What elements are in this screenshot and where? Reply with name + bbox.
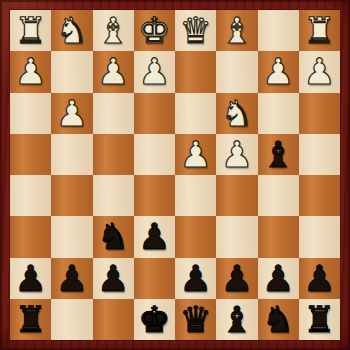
white-pawn: ♟ (14, 51, 46, 92)
white-pawn: ♟ (262, 51, 294, 92)
white-bishop: ♝ (97, 10, 129, 51)
square-g6[interactable] (51, 216, 92, 257)
square-g5[interactable] (51, 175, 92, 216)
board-frame: ♜♞♝♚♛♝♜♟♟♟♟♟♟♞♟♟♝♞♟♟♟♟♟♟♟♟♜♚♛♝♞♜ (0, 0, 350, 350)
square-a7[interactable]: ♟ (299, 258, 340, 299)
black-rook: ♜ (14, 299, 46, 340)
black-king: ♚ (138, 299, 170, 340)
square-e5[interactable] (134, 175, 175, 216)
square-b7[interactable]: ♟ (258, 258, 299, 299)
square-a1[interactable]: ♜ (299, 10, 340, 51)
square-b3[interactable] (258, 93, 299, 134)
square-g7[interactable]: ♟ (51, 258, 92, 299)
white-bishop: ♝ (221, 10, 253, 51)
square-c5[interactable] (216, 175, 257, 216)
white-knight: ♞ (221, 93, 253, 134)
black-bishop: ♝ (262, 134, 294, 175)
square-f1[interactable]: ♝ (93, 10, 134, 51)
square-g4[interactable] (51, 134, 92, 175)
square-e1[interactable]: ♚ (134, 10, 175, 51)
black-pawn: ♟ (221, 258, 253, 299)
black-pawn: ♟ (138, 216, 170, 257)
black-rook: ♜ (303, 299, 335, 340)
square-h3[interactable] (10, 93, 51, 134)
square-f8[interactable] (93, 299, 134, 340)
square-b5[interactable] (258, 175, 299, 216)
square-d3[interactable] (175, 93, 216, 134)
white-pawn: ♟ (303, 51, 335, 92)
chess-diagram: ♜♞♝♚♛♝♜♟♟♟♟♟♟♞♟♟♝♞♟♟♟♟♟♟♟♟♜♚♛♝♞♜ (0, 0, 350, 350)
white-pawn: ♟ (138, 51, 170, 92)
square-h8[interactable]: ♜ (10, 299, 51, 340)
square-h1[interactable]: ♜ (10, 10, 51, 51)
square-c3[interactable]: ♞ (216, 93, 257, 134)
square-c7[interactable]: ♟ (216, 258, 257, 299)
black-knight: ♞ (97, 216, 129, 257)
square-e2[interactable]: ♟ (134, 51, 175, 92)
square-c4[interactable]: ♟ (216, 134, 257, 175)
square-g2[interactable] (51, 51, 92, 92)
white-queen: ♛ (179, 10, 211, 51)
white-rook: ♜ (14, 10, 46, 51)
white-pawn: ♟ (97, 51, 129, 92)
square-f3[interactable] (93, 93, 134, 134)
black-pawn: ♟ (14, 258, 46, 299)
black-pawn: ♟ (179, 258, 211, 299)
square-e7[interactable] (134, 258, 175, 299)
black-bishop: ♝ (221, 299, 253, 340)
square-b8[interactable]: ♞ (258, 299, 299, 340)
black-pawn: ♟ (97, 258, 129, 299)
square-d6[interactable] (175, 216, 216, 257)
square-d1[interactable]: ♛ (175, 10, 216, 51)
white-knight: ♞ (56, 10, 88, 51)
square-d5[interactable] (175, 175, 216, 216)
square-c2[interactable] (216, 51, 257, 92)
square-a4[interactable] (299, 134, 340, 175)
square-d2[interactable] (175, 51, 216, 92)
square-d4[interactable]: ♟ (175, 134, 216, 175)
square-g3[interactable]: ♟ (51, 93, 92, 134)
square-h2[interactable]: ♟ (10, 51, 51, 92)
white-king: ♚ (138, 10, 170, 51)
square-d8[interactable]: ♛ (175, 299, 216, 340)
black-queen: ♛ (179, 299, 211, 340)
square-c1[interactable]: ♝ (216, 10, 257, 51)
square-f7[interactable]: ♟ (93, 258, 134, 299)
white-rook: ♜ (303, 10, 335, 51)
square-h6[interactable] (10, 216, 51, 257)
square-b2[interactable]: ♟ (258, 51, 299, 92)
square-h7[interactable]: ♟ (10, 258, 51, 299)
square-f2[interactable]: ♟ (93, 51, 134, 92)
square-g8[interactable] (51, 299, 92, 340)
square-e4[interactable] (134, 134, 175, 175)
square-c8[interactable]: ♝ (216, 299, 257, 340)
square-g1[interactable]: ♞ (51, 10, 92, 51)
square-f4[interactable] (93, 134, 134, 175)
white-pawn: ♟ (56, 93, 88, 134)
square-a6[interactable] (299, 216, 340, 257)
square-b6[interactable] (258, 216, 299, 257)
black-pawn: ♟ (303, 258, 335, 299)
square-b4[interactable]: ♝ (258, 134, 299, 175)
chess-board: ♜♞♝♚♛♝♜♟♟♟♟♟♟♞♟♟♝♞♟♟♟♟♟♟♟♟♜♚♛♝♞♜ (10, 10, 340, 340)
black-pawn: ♟ (56, 258, 88, 299)
square-e6[interactable]: ♟ (134, 216, 175, 257)
square-h5[interactable] (10, 175, 51, 216)
square-f6[interactable]: ♞ (93, 216, 134, 257)
square-f5[interactable] (93, 175, 134, 216)
black-knight: ♞ (262, 299, 294, 340)
white-pawn: ♟ (221, 134, 253, 175)
black-pawn: ♟ (262, 258, 294, 299)
square-e8[interactable]: ♚ (134, 299, 175, 340)
square-b1[interactable] (258, 10, 299, 51)
square-c6[interactable] (216, 216, 257, 257)
white-pawn: ♟ (179, 134, 211, 175)
square-h4[interactable] (10, 134, 51, 175)
square-a5[interactable] (299, 175, 340, 216)
square-a2[interactable]: ♟ (299, 51, 340, 92)
square-a3[interactable] (299, 93, 340, 134)
square-e3[interactable] (134, 93, 175, 134)
square-d7[interactable]: ♟ (175, 258, 216, 299)
square-a8[interactable]: ♜ (299, 299, 340, 340)
